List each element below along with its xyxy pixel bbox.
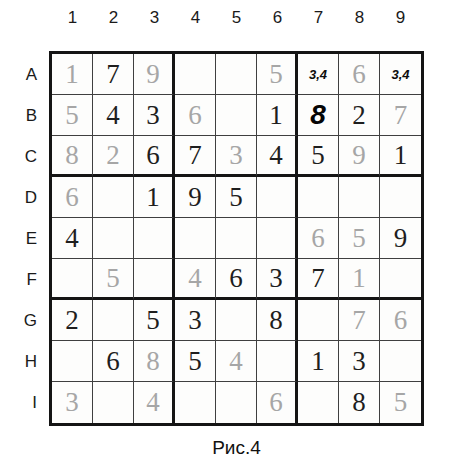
cell-G3: 5 bbox=[134, 300, 175, 341]
col-label-2: 2 bbox=[93, 8, 134, 28]
cell-C3: 6 bbox=[134, 136, 175, 177]
cell-A6: 5 bbox=[257, 54, 298, 95]
cell-D6 bbox=[257, 177, 298, 218]
cell-A4 bbox=[175, 54, 216, 95]
cell-H3: 8 bbox=[134, 341, 175, 382]
cell-G5 bbox=[216, 300, 257, 341]
cell-E2 bbox=[93, 218, 134, 259]
row-labels: ABCDEFGHI bbox=[0, 54, 46, 423]
cell-I2 bbox=[93, 382, 134, 423]
col-label-6: 6 bbox=[257, 8, 298, 28]
cell-B6: 1 bbox=[257, 95, 298, 136]
cell-B1: 5 bbox=[52, 95, 93, 136]
cell-B8: 2 bbox=[339, 95, 380, 136]
cell-A5 bbox=[216, 54, 257, 95]
cell-D3: 1 bbox=[134, 177, 175, 218]
cell-F7: 7 bbox=[298, 259, 339, 300]
cell-B2: 4 bbox=[93, 95, 134, 136]
cell-E8: 5 bbox=[339, 218, 380, 259]
row-label-I: I bbox=[0, 382, 46, 423]
cell-H6 bbox=[257, 341, 298, 382]
cell-C1: 8 bbox=[52, 136, 93, 177]
cell-B5 bbox=[216, 95, 257, 136]
cell-H8: 3 bbox=[339, 341, 380, 382]
cell-A8: 6 bbox=[339, 54, 380, 95]
cell-F8: 1 bbox=[339, 259, 380, 300]
cell-C6: 4 bbox=[257, 136, 298, 177]
cell-I1: 3 bbox=[52, 382, 93, 423]
cell-E3 bbox=[134, 218, 175, 259]
cell-B7: 8 bbox=[298, 95, 339, 136]
col-label-5: 5 bbox=[216, 8, 257, 28]
cell-C8: 9 bbox=[339, 136, 380, 177]
cell-I4 bbox=[175, 382, 216, 423]
cell-A2: 7 bbox=[93, 54, 134, 95]
cell-C4: 7 bbox=[175, 136, 216, 177]
cell-F6: 3 bbox=[257, 259, 298, 300]
sudoku-grid: 17953,463,454361827826734591619546595463… bbox=[49, 51, 424, 426]
cell-F4: 4 bbox=[175, 259, 216, 300]
cell-G6: 8 bbox=[257, 300, 298, 341]
row-label-B: B bbox=[0, 95, 46, 136]
col-label-3: 3 bbox=[134, 8, 175, 28]
cell-D8 bbox=[339, 177, 380, 218]
cell-I5 bbox=[216, 382, 257, 423]
col-label-4: 4 bbox=[175, 8, 216, 28]
cell-A9: 3,4 bbox=[380, 54, 421, 95]
cell-A7: 3,4 bbox=[298, 54, 339, 95]
cell-D5: 5 bbox=[216, 177, 257, 218]
cell-B9: 7 bbox=[380, 95, 421, 136]
cell-F1 bbox=[52, 259, 93, 300]
cell-F5: 6 bbox=[216, 259, 257, 300]
column-labels: 123456789 bbox=[52, 8, 421, 28]
row-label-A: A bbox=[0, 54, 46, 95]
cell-G4: 3 bbox=[175, 300, 216, 341]
cell-H4: 5 bbox=[175, 341, 216, 382]
cell-I7 bbox=[298, 382, 339, 423]
cell-E5 bbox=[216, 218, 257, 259]
cell-G1: 2 bbox=[52, 300, 93, 341]
cell-D7 bbox=[298, 177, 339, 218]
cell-B3: 3 bbox=[134, 95, 175, 136]
cell-H7: 1 bbox=[298, 341, 339, 382]
cell-B4: 6 bbox=[175, 95, 216, 136]
cell-I6: 6 bbox=[257, 382, 298, 423]
cell-D1: 6 bbox=[52, 177, 93, 218]
cell-C7: 5 bbox=[298, 136, 339, 177]
row-label-E: E bbox=[0, 218, 46, 259]
cell-I8: 8 bbox=[339, 382, 380, 423]
cell-C2: 2 bbox=[93, 136, 134, 177]
cell-A3: 9 bbox=[134, 54, 175, 95]
cell-F3 bbox=[134, 259, 175, 300]
cell-C9: 1 bbox=[380, 136, 421, 177]
cell-I3: 4 bbox=[134, 382, 175, 423]
sudoku-figure: 123456789 ABCDEFGHI 17953,463,4543618278… bbox=[0, 0, 451, 476]
col-label-7: 7 bbox=[298, 8, 339, 28]
cell-H9 bbox=[380, 341, 421, 382]
cell-D4: 9 bbox=[175, 177, 216, 218]
cell-G7 bbox=[298, 300, 339, 341]
cell-D2 bbox=[93, 177, 134, 218]
row-label-H: H bbox=[0, 341, 46, 382]
row-label-C: C bbox=[0, 136, 46, 177]
cell-I9: 5 bbox=[380, 382, 421, 423]
row-label-F: F bbox=[0, 259, 46, 300]
cell-H2: 6 bbox=[93, 341, 134, 382]
cell-C5: 3 bbox=[216, 136, 257, 177]
cell-F2: 5 bbox=[93, 259, 134, 300]
col-label-1: 1 bbox=[52, 8, 93, 28]
cell-E4 bbox=[175, 218, 216, 259]
row-label-G: G bbox=[0, 300, 46, 341]
cell-A1: 1 bbox=[52, 54, 93, 95]
cell-E7: 6 bbox=[298, 218, 339, 259]
cell-H1 bbox=[52, 341, 93, 382]
cell-G8: 7 bbox=[339, 300, 380, 341]
cell-F9 bbox=[380, 259, 421, 300]
cell-E1: 4 bbox=[52, 218, 93, 259]
cell-G2 bbox=[93, 300, 134, 341]
figure-caption: Рис.4 bbox=[49, 437, 424, 459]
row-label-D: D bbox=[0, 177, 46, 218]
cell-G9: 6 bbox=[380, 300, 421, 341]
col-label-8: 8 bbox=[339, 8, 380, 28]
cell-D9 bbox=[380, 177, 421, 218]
col-label-9: 9 bbox=[380, 8, 421, 28]
cell-E6 bbox=[257, 218, 298, 259]
cell-H5: 4 bbox=[216, 341, 257, 382]
cell-E9: 9 bbox=[380, 218, 421, 259]
